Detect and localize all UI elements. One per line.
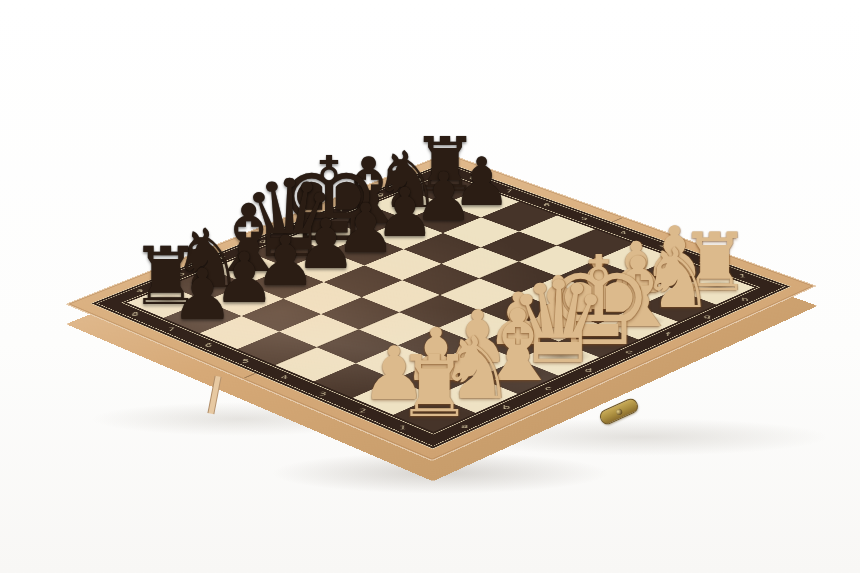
piece-black-pawn-a7[interactable]: ♟ xyxy=(171,260,234,330)
pieces-layer: ♜♞♝♛♚♝♞♜♟♟♟♟♟♟♟♟♟♟♟♟♟♟♟♟♜♞♝♛♚♝♞♜ xyxy=(0,0,860,573)
photo-scene: 88hh77gg66ff55ee44dd33cc22bb11aa ♜♞♝♛♚♝♞… xyxy=(0,0,860,573)
piece-white-rook-a1[interactable]: ♜ xyxy=(396,345,472,430)
